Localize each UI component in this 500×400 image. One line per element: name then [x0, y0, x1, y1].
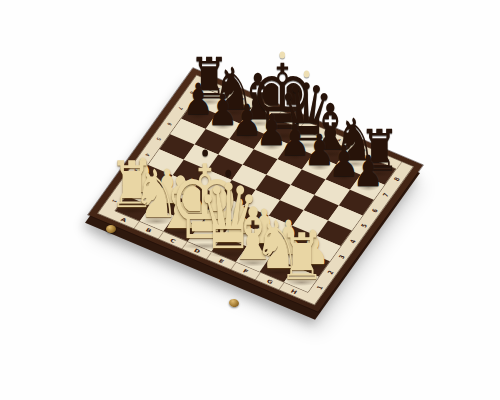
- finial-tip: [304, 71, 310, 78]
- finial-tip: [279, 52, 285, 59]
- brass-clasp: [106, 225, 116, 233]
- brass-clasp: [228, 298, 239, 308]
- piece-white-rook: ♜: [279, 225, 325, 289]
- product-photo-chess-set: AABBCCDDEEFFGGHH8877665544332211 ♜♞♝♚♛♝♞…: [0, 0, 500, 400]
- piece-layer: ♜♞♝♚♛♝♞♜♟♟♟♟♟♟♟♟♟♟♟♟♟♟♟♟♜♞♝♚♛♝♞♜: [88, 68, 423, 312]
- chess-board: AABBCCDDEEFFGGHH8877665544332211 ♜♞♝♚♛♝♞…: [88, 68, 423, 312]
- finial-tip: [202, 149, 208, 156]
- piece-black-pawn: ♟: [352, 150, 383, 193]
- finial-tip: [226, 170, 232, 177]
